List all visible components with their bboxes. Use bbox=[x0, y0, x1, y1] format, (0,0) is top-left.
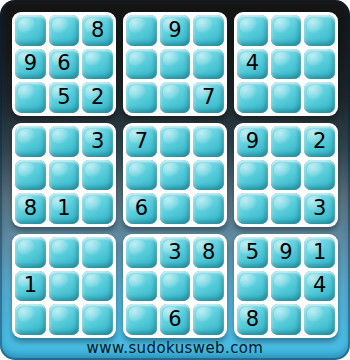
cell-r3c6[interactable]: 7 bbox=[193, 82, 224, 113]
cell-r4c7[interactable]: 9 bbox=[237, 126, 268, 157]
given-digit: 2 bbox=[313, 131, 326, 152]
cell-r7c7[interactable]: 5 bbox=[237, 237, 268, 268]
cell-r4c9[interactable]: 2 bbox=[304, 126, 335, 157]
box-3-3: 59148 bbox=[234, 234, 338, 338]
given-digit: 4 bbox=[313, 275, 326, 296]
given-digit: 8 bbox=[202, 242, 215, 263]
cell-r2c5[interactable] bbox=[160, 49, 191, 80]
cell-r9c8[interactable] bbox=[271, 304, 302, 335]
cell-r9c2[interactable] bbox=[49, 304, 80, 335]
cell-r5c7[interactable] bbox=[237, 160, 268, 191]
cell-r4c4[interactable]: 7 bbox=[126, 126, 157, 157]
given-digit: 9 bbox=[168, 20, 181, 41]
box-1-1: 89652 bbox=[12, 12, 116, 116]
box-2-1: 381 bbox=[12, 123, 116, 227]
given-digit: 9 bbox=[246, 131, 259, 152]
cell-r3c4[interactable] bbox=[126, 82, 157, 113]
cell-r1c1[interactable] bbox=[15, 15, 46, 46]
cell-r3c1[interactable] bbox=[15, 82, 46, 113]
given-digit: 6 bbox=[57, 53, 70, 74]
cell-r6c3[interactable] bbox=[82, 193, 113, 224]
cell-r9c1[interactable] bbox=[15, 304, 46, 335]
cell-r6c7[interactable] bbox=[237, 193, 268, 224]
cell-r9c4[interactable] bbox=[126, 304, 157, 335]
cell-r4c1[interactable] bbox=[15, 126, 46, 157]
cell-r6c4[interactable]: 6 bbox=[126, 193, 157, 224]
cell-r7c5[interactable]: 3 bbox=[160, 237, 191, 268]
given-digit: 9 bbox=[24, 53, 37, 74]
cell-r1c8[interactable] bbox=[271, 15, 302, 46]
cell-r4c6[interactable] bbox=[193, 126, 224, 157]
cell-r6c1[interactable]: 8 bbox=[15, 193, 46, 224]
board-frame: 8965297438176923138659148 www.sudokusweb… bbox=[0, 0, 350, 360]
cell-r1c2[interactable] bbox=[49, 15, 80, 46]
cell-r1c5[interactable]: 9 bbox=[160, 15, 191, 46]
cell-r4c3[interactable]: 3 bbox=[82, 126, 113, 157]
cell-r6c6[interactable] bbox=[193, 193, 224, 224]
cell-r7c9[interactable]: 1 bbox=[304, 237, 335, 268]
cell-r7c1[interactable] bbox=[15, 237, 46, 268]
given-digit: 8 bbox=[91, 20, 104, 41]
cell-r5c5[interactable] bbox=[160, 160, 191, 191]
cell-r2c1[interactable]: 9 bbox=[15, 49, 46, 80]
cell-r9c9[interactable] bbox=[304, 304, 335, 335]
cell-r8c1[interactable]: 1 bbox=[15, 271, 46, 302]
given-digit: 9 bbox=[279, 242, 292, 263]
cell-r5c1[interactable] bbox=[15, 160, 46, 191]
site-url[interactable]: www.sudokusweb.com bbox=[87, 339, 264, 357]
cell-r8c3[interactable] bbox=[82, 271, 113, 302]
box-3-1: 1 bbox=[12, 234, 116, 338]
cell-r6c8[interactable] bbox=[271, 193, 302, 224]
given-digit: 5 bbox=[246, 242, 259, 263]
cell-r4c5[interactable] bbox=[160, 126, 191, 157]
cell-r5c6[interactable] bbox=[193, 160, 224, 191]
cell-r7c2[interactable] bbox=[49, 237, 80, 268]
given-digit: 3 bbox=[168, 242, 181, 263]
cell-r2c2[interactable]: 6 bbox=[49, 49, 80, 80]
cell-r8c8[interactable] bbox=[271, 271, 302, 302]
cell-r1c3[interactable]: 8 bbox=[82, 15, 113, 46]
given-digit: 4 bbox=[246, 53, 259, 74]
cell-r7c6[interactable]: 8 bbox=[193, 237, 224, 268]
cell-r7c8[interactable]: 9 bbox=[271, 237, 302, 268]
cell-r3c8[interactable] bbox=[271, 82, 302, 113]
cell-r2c6[interactable] bbox=[193, 49, 224, 80]
given-digit: 3 bbox=[313, 198, 326, 219]
cell-r9c6[interactable] bbox=[193, 304, 224, 335]
box-1-2: 97 bbox=[123, 12, 227, 116]
cell-r2c4[interactable] bbox=[126, 49, 157, 80]
cell-r9c3[interactable] bbox=[82, 304, 113, 335]
given-digit: 8 bbox=[246, 309, 259, 330]
sudoku-puzzle-image: 8965297438176923138659148 www.sudokusweb… bbox=[0, 0, 350, 360]
cell-r9c5[interactable]: 6 bbox=[160, 304, 191, 335]
given-digit: 6 bbox=[168, 309, 181, 330]
cell-r7c4[interactable] bbox=[126, 237, 157, 268]
box-1-3: 4 bbox=[234, 12, 338, 116]
cell-r3c7[interactable] bbox=[237, 82, 268, 113]
cell-r1c7[interactable] bbox=[237, 15, 268, 46]
cell-r8c5[interactable] bbox=[160, 271, 191, 302]
given-digit: 1 bbox=[313, 242, 326, 263]
cell-r8c6[interactable] bbox=[193, 271, 224, 302]
cell-r3c5[interactable] bbox=[160, 82, 191, 113]
cell-r3c9[interactable] bbox=[304, 82, 335, 113]
cell-r5c8[interactable] bbox=[271, 160, 302, 191]
cell-r1c6[interactable] bbox=[193, 15, 224, 46]
given-digit: 1 bbox=[57, 198, 70, 219]
cell-r1c9[interactable] bbox=[304, 15, 335, 46]
cell-r2c3[interactable] bbox=[82, 49, 113, 80]
cell-r5c9[interactable] bbox=[304, 160, 335, 191]
cell-r6c9[interactable]: 3 bbox=[304, 193, 335, 224]
cell-r6c2[interactable]: 1 bbox=[49, 193, 80, 224]
given-digit: 5 bbox=[57, 87, 70, 108]
cell-r3c3[interactable]: 2 bbox=[82, 82, 113, 113]
cell-r4c2[interactable] bbox=[49, 126, 80, 157]
given-digit: 1 bbox=[24, 275, 37, 296]
cell-r1c4[interactable] bbox=[126, 15, 157, 46]
cell-r8c4[interactable] bbox=[126, 271, 157, 302]
cell-r5c4[interactable] bbox=[126, 160, 157, 191]
cell-r5c2[interactable] bbox=[49, 160, 80, 191]
cell-r2c9[interactable] bbox=[304, 49, 335, 80]
given-digit: 3 bbox=[91, 131, 104, 152]
box-2-2: 76 bbox=[123, 123, 227, 227]
cell-r8c9[interactable]: 4 bbox=[304, 271, 335, 302]
cell-r2c7[interactable]: 4 bbox=[237, 49, 268, 80]
given-digit: 7 bbox=[135, 131, 148, 152]
footer-bar: www.sudokusweb.com bbox=[0, 335, 350, 360]
cell-r9c7[interactable]: 8 bbox=[237, 304, 268, 335]
given-digit: 2 bbox=[91, 87, 104, 108]
cell-r7c3[interactable] bbox=[82, 237, 113, 268]
box-2-3: 923 bbox=[234, 123, 338, 227]
box-3-2: 386 bbox=[123, 234, 227, 338]
given-digit: 8 bbox=[24, 198, 37, 219]
cell-r3c2[interactable]: 5 bbox=[49, 82, 80, 113]
cell-r2c8[interactable] bbox=[271, 49, 302, 80]
sudoku-board: 8965297438176923138659148 bbox=[12, 12, 338, 338]
cell-r5c3[interactable] bbox=[82, 160, 113, 191]
cell-r8c7[interactable] bbox=[237, 271, 268, 302]
cell-r4c8[interactable] bbox=[271, 126, 302, 157]
cell-r8c2[interactable] bbox=[49, 271, 80, 302]
given-digit: 6 bbox=[135, 198, 148, 219]
given-digit: 7 bbox=[202, 87, 215, 108]
cell-r6c5[interactable] bbox=[160, 193, 191, 224]
